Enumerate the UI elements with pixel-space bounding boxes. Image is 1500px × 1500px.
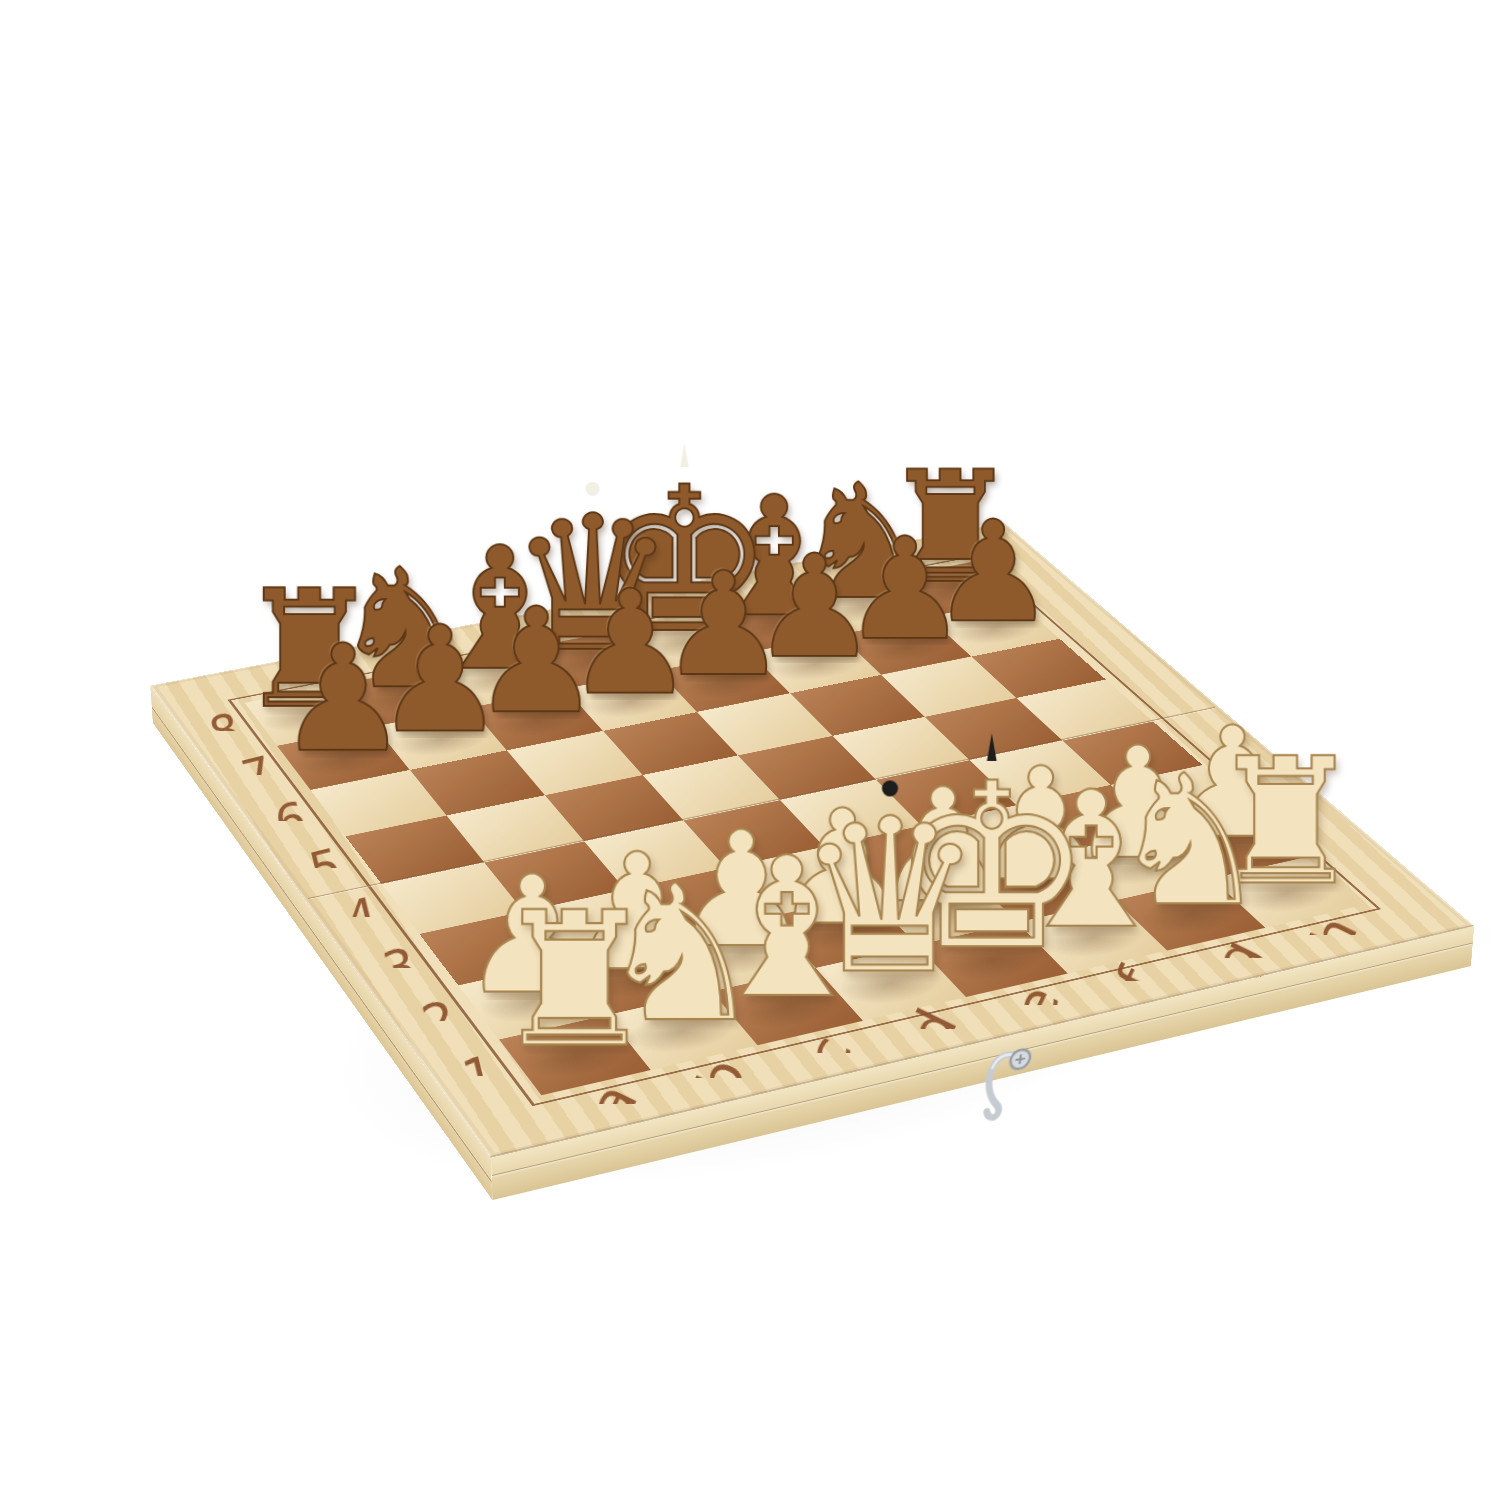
square-a1: ♜: [499, 1015, 650, 1095]
chess-board: ♜♞♝♛♚♝♞♜♟♟♟♟♟♟♟♟♟♟♟♟♟♟♟♟♜♞♝♛♚♝♞♜ 1234567…: [150, 523, 1474, 1158]
clasp-hook: [970, 1038, 1044, 1134]
rank-label-4: 4: [340, 885, 384, 948]
file-label-f: f: [1104, 958, 1171, 1004]
photo-scene: ♜♞♝♛♚♝♞♜♟♟♟♟♟♟♟♟♟♟♟♟♟♟♟♟♜♞♝♛♚♝♞♜ 1234567…: [0, 0, 1500, 1500]
piece-white-rook: ♜: [491, 869, 657, 1054]
rank-label-6: 6: [269, 790, 312, 851]
product-photo: { "game": "chess", "scene": "wooden fold…: [0, 0, 1500, 1500]
queen-finial: [585, 482, 599, 496]
rank-label-2: 2: [416, 988, 462, 1054]
rook-glyph-icon: ♜: [491, 888, 657, 1073]
rank-label-3: 3: [377, 936, 422, 1001]
square-a6: [311, 770, 446, 836]
piece-black-pawn: ♟: [277, 610, 409, 757]
pawn-glyph-icon: ♟: [277, 625, 409, 772]
rank-label-5: 5: [304, 837, 347, 899]
